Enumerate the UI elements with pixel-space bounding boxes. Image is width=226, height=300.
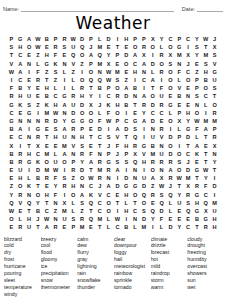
grid-cell: Q <box>86 215 95 223</box>
grid-cell: M <box>210 117 219 125</box>
grid-cell: Q <box>7 199 16 207</box>
grid-cell: O <box>113 84 122 92</box>
grid-cell: T <box>148 84 157 92</box>
grid-cell: N <box>131 174 140 182</box>
grid-cell: B <box>131 84 140 92</box>
grid-cell: N <box>210 150 219 158</box>
grid-cell: L <box>16 215 25 223</box>
word-item: thermometer <box>41 284 76 291</box>
word-item: breezy <box>41 236 76 243</box>
word-item: rainbow <box>114 270 149 277</box>
grid-cell: C <box>7 109 16 117</box>
grid-cell: I <box>113 207 122 215</box>
grid-cell: L <box>166 109 175 117</box>
grid-cell: G <box>25 158 34 166</box>
grid-cell: I <box>139 84 148 92</box>
grid-cell: A <box>148 76 157 84</box>
grid-cell: O <box>86 68 95 76</box>
grid-cell: S <box>175 158 184 166</box>
grid-cell: D <box>95 125 104 133</box>
grid-cell: H <box>122 141 131 149</box>
grid-cell: W <box>51 166 60 174</box>
grid-cell: C <box>33 150 42 158</box>
grid-cell: E <box>7 166 16 174</box>
grid-cell: I <box>60 191 69 199</box>
grid-cell: E <box>113 60 122 68</box>
grid-cell: T <box>113 199 122 207</box>
grid-cell: G <box>78 117 87 125</box>
grid-cell: F <box>192 125 201 133</box>
grid-cell: G <box>201 215 210 223</box>
grid-cell: B <box>7 125 16 133</box>
grid-cell: K <box>51 60 60 68</box>
grid-cell: R <box>16 158 25 166</box>
grid-cell: R <box>166 174 175 182</box>
grid-cell: E <box>51 141 60 149</box>
grid-cell: P <box>51 35 60 43</box>
grid-cell: W <box>7 207 16 215</box>
grid-cell: A <box>192 141 201 149</box>
grid-cell: C <box>42 207 51 215</box>
grid-cell: N <box>78 182 87 190</box>
grid-cell: Y <box>175 191 184 199</box>
grid-cell: L <box>51 150 60 158</box>
grid-cell: I <box>210 174 219 182</box>
grid-cell: I <box>60 166 69 174</box>
grid-cell: W <box>104 68 113 76</box>
grid-cell: K <box>16 101 25 109</box>
grid-cell: F <box>51 174 60 182</box>
grid-cell: H <box>78 133 87 141</box>
grid-cell: G <box>139 141 148 149</box>
grid-cell: U <box>157 150 166 158</box>
word-item: snowflake <box>77 277 112 284</box>
grid-cell: R <box>104 166 113 174</box>
grid-cell: L <box>201 101 210 109</box>
grid-cell: H <box>69 182 78 190</box>
grid-cell: I <box>60 84 69 92</box>
grid-cell: O <box>148 166 157 174</box>
grid-cell: R <box>78 215 87 223</box>
grid-cell: Q <box>86 199 95 207</box>
word-list-column-5: climatedrizzleforecasthotmildraindropsto… <box>151 236 186 298</box>
grid-cell: I <box>157 76 166 84</box>
grid-cell: N <box>148 125 157 133</box>
grid-cell: R <box>157 125 166 133</box>
grid-cell: F <box>157 215 166 223</box>
grid-cell: T <box>192 223 201 231</box>
grid-cell: Z <box>78 207 87 215</box>
grid-cell: B <box>201 76 210 84</box>
grid-cell: X <box>175 117 184 125</box>
grid-cell: V <box>16 199 25 207</box>
grid-cell: D <box>51 117 60 125</box>
grid-cell: X <box>60 199 69 207</box>
name-fill-line <box>21 6 174 12</box>
grid-cell: O <box>166 141 175 149</box>
date-label: Date: <box>182 6 195 12</box>
grid-cell: H <box>139 158 148 166</box>
grid-cell: V <box>139 150 148 158</box>
grid-cell: I <box>113 35 122 43</box>
grid-cell: U <box>51 158 60 166</box>
grid-cell: E <box>166 92 175 100</box>
grid-cell: M <box>201 117 210 125</box>
grid-cell: P <box>139 35 148 43</box>
grid-cell: H <box>16 92 25 100</box>
grid-cell: H <box>51 133 60 141</box>
word-item: climate <box>151 236 186 243</box>
word-item: drizzle <box>151 242 186 249</box>
grid-cell: W <box>7 68 16 76</box>
grid-cell: W <box>104 76 113 84</box>
grid-cell: M <box>201 51 210 59</box>
word-item: lightning <box>77 263 112 270</box>
grid-cell: C <box>184 68 193 76</box>
grid-cell: N <box>131 215 140 223</box>
grid-cell: R <box>148 158 157 166</box>
grid-cell: D <box>139 182 148 190</box>
word-item: sleet <box>4 277 39 284</box>
grid-cell: I <box>60 76 69 84</box>
grid-cell: A <box>16 68 25 76</box>
word-item: overcast <box>187 263 222 270</box>
grid-cell: D <box>122 92 131 100</box>
grid-cell: A <box>16 60 25 68</box>
grid-cell: Z <box>7 182 16 190</box>
grid-cell: D <box>69 109 78 117</box>
grid-cell: E <box>25 76 34 84</box>
word-item: ice <box>41 263 76 270</box>
grid-cell: D <box>122 51 131 59</box>
grid-cell: G <box>69 117 78 125</box>
grid-cell: S <box>131 125 140 133</box>
grid-cell: J <box>184 158 193 166</box>
grid-cell: B <box>95 84 104 92</box>
grid-cell: D <box>166 133 175 141</box>
grid-cell: F <box>95 117 104 125</box>
grid-cell: O <box>139 199 148 207</box>
word-item: cloudy <box>187 236 222 243</box>
word-list-column-2: breezycoolfloodgloomyiceprecipitationsno… <box>41 236 76 298</box>
grid-cell: W <box>104 117 113 125</box>
grid-cell: U <box>69 101 78 109</box>
grid-cell: N <box>51 199 60 207</box>
grid-cell: L <box>148 68 157 76</box>
word-list-column-6: cloudydroughtfreezinghumidityovercastsho… <box>187 236 222 298</box>
grid-cell: X <box>104 60 113 68</box>
grid-cell: M <box>148 150 157 158</box>
grid-cell: T <box>201 43 210 51</box>
grid-cell: E <box>113 191 122 199</box>
grid-cell: D <box>210 182 219 190</box>
grid-cell: R <box>139 101 148 109</box>
grid-cell: N <box>25 133 34 141</box>
grid-cell: L <box>175 125 184 133</box>
word-search-grid: PGAWBPRWDPLDIHPPXYCPCYWJSHOWERSUQJMETEOR… <box>7 35 219 232</box>
grid-cell: I <box>7 76 16 84</box>
grid-cell: W <box>201 166 210 174</box>
grid-cell: O <box>78 174 87 182</box>
grid-cell: R <box>42 174 51 182</box>
grid-cell: O <box>184 76 193 84</box>
grid-cell: O <box>192 109 201 117</box>
grid-cell: C <box>201 191 210 199</box>
grid-cell: S <box>78 141 87 149</box>
grid-cell: L <box>69 84 78 92</box>
grid-cell: R <box>113 92 122 100</box>
grid-cell: C <box>166 35 175 43</box>
grid-cell: E <box>175 215 184 223</box>
grid-cell: D <box>184 166 193 174</box>
grid-cell: U <box>157 92 166 100</box>
grid-cell: W <box>42 215 51 223</box>
grid-cell: Z <box>33 51 42 59</box>
grid-cell: E <box>42 182 51 190</box>
grid-cell: Q <box>201 199 210 207</box>
grid-cell: P <box>69 223 78 231</box>
grid-cell: R <box>42 117 51 125</box>
grid-cell: A <box>113 125 122 133</box>
grid-cell: A <box>148 174 157 182</box>
grid-cell: J <box>95 101 104 109</box>
grid-cell: T <box>86 84 95 92</box>
grid-cell: I <box>95 92 104 100</box>
grid-cell: B <box>148 141 157 149</box>
grid-cell: S <box>104 133 113 141</box>
grid-cell: T <box>95 141 104 149</box>
grid-cell: S <box>113 158 122 166</box>
grid-cell: H <box>122 207 131 215</box>
grid-cell: C <box>184 223 193 231</box>
grid-cell: S <box>192 43 201 51</box>
grid-cell: C <box>148 109 157 117</box>
grid-cell: H <box>113 101 122 109</box>
grid-cell: A <box>42 223 51 231</box>
grid-cell: C <box>51 92 60 100</box>
grid-cell: F <box>157 84 166 92</box>
grid-cell: I <box>139 133 148 141</box>
word-item: sprinkle <box>114 277 149 284</box>
grid-cell: Z <box>148 182 157 190</box>
grid-cell: T <box>42 133 51 141</box>
grid-cell: Y <box>184 117 193 125</box>
grid-cell: B <box>42 92 51 100</box>
grid-cell: N <box>25 117 34 125</box>
grid-cell: I <box>139 125 148 133</box>
grid-cell: X <box>139 51 148 59</box>
grid-cell: R <box>210 109 219 117</box>
grid-cell: S <box>157 191 166 199</box>
grid-cell: E <box>166 215 175 223</box>
puzzle-title: Weather <box>3 13 223 33</box>
grid-cell: R <box>210 133 219 141</box>
grid-cell: R <box>131 141 140 149</box>
grid-cell: K <box>192 150 201 158</box>
grid-cell: R <box>157 101 166 109</box>
grid-cell: L <box>69 207 78 215</box>
grid-cell: K <box>25 182 34 190</box>
grid-cell: O <box>148 43 157 51</box>
grid-cell: L <box>69 199 78 207</box>
grid-cell: D <box>122 125 131 133</box>
grid-cell: C <box>95 207 104 215</box>
grid-cell: E <box>42 141 51 149</box>
grid-cell: L <box>95 35 104 43</box>
grid-cell: X <box>166 51 175 59</box>
grid-cell: N <box>175 60 184 68</box>
grid-cell: A <box>139 60 148 68</box>
grid-cell: N <box>60 60 69 68</box>
grid-cell: E <box>60 223 69 231</box>
grid-cell: Z <box>42 68 51 76</box>
grid-cell: V <box>69 141 78 149</box>
grid-cell: E <box>33 92 42 100</box>
grid-cell: P <box>131 35 140 43</box>
grid-cell: B <box>122 101 131 109</box>
word-item: temperature <box>4 284 39 291</box>
grid-cell: A <box>122 84 131 92</box>
grid-cell: C <box>184 35 193 43</box>
grid-cell: U <box>148 133 157 141</box>
grid-cell: A <box>86 51 95 59</box>
grid-cell: U <box>60 215 69 223</box>
grid-cell: Z <box>33 101 42 109</box>
grid-cell: V <box>69 60 78 68</box>
grid-cell: O <box>201 84 210 92</box>
word-item: raindrop <box>151 270 186 277</box>
word-item: drought <box>187 242 222 249</box>
grid-cell: U <box>210 207 219 215</box>
grid-cell: E <box>7 223 16 231</box>
grid-cell: G <box>175 43 184 51</box>
grid-cell: P <box>104 84 113 92</box>
grid-cell: O <box>33 191 42 199</box>
grid-cell: G <box>192 191 201 199</box>
grid-cell: H <box>192 199 201 207</box>
grid-cell: P <box>7 35 16 43</box>
grid-cell: X <box>33 141 42 149</box>
grid-cell: O <box>60 158 69 166</box>
grid-cell: P <box>122 150 131 158</box>
grid-cell: O <box>166 117 175 125</box>
grid-cell: F <box>104 109 113 117</box>
grid-cell: C <box>201 92 210 100</box>
grid-cell: A <box>113 166 122 174</box>
word-item: gloomy <box>41 256 76 263</box>
grid-cell: O <box>78 51 87 59</box>
grid-cell: L <box>51 84 60 92</box>
grid-cell: E <box>184 84 193 92</box>
grid-cell: C <box>157 109 166 117</box>
word-item: thunder <box>77 284 112 291</box>
grid-cell: A <box>25 35 34 43</box>
grid-cell: E <box>175 207 184 215</box>
grid-cell: R <box>166 158 175 166</box>
grid-cell: R <box>16 223 25 231</box>
grid-cell: K <box>86 191 95 199</box>
grid-cell: B <box>122 223 131 231</box>
grid-cell: M <box>95 215 104 223</box>
grid-cell: H <box>25 150 34 158</box>
grid-cell: A <box>60 125 69 133</box>
grid-cell: J <box>113 150 122 158</box>
word-item: flood <box>41 249 76 256</box>
grid-cell: Y <box>192 51 201 59</box>
word-item: gray <box>77 256 112 263</box>
grid-cell: Y <box>210 158 219 166</box>
grid-cell: L <box>166 207 175 215</box>
grid-cell: Y <box>148 215 157 223</box>
grid-cell: S <box>122 158 131 166</box>
grid-cell: T <box>184 141 193 149</box>
grid-cell: M <box>184 174 193 182</box>
grid-cell: E <box>184 215 193 223</box>
grid-cell: H <box>210 215 219 223</box>
grid-cell: Y <box>25 84 34 92</box>
word-item: hurricane <box>4 263 39 270</box>
grid-cell: E <box>122 68 131 76</box>
grid-cell: O <box>42 158 51 166</box>
grid-cell: A <box>78 191 87 199</box>
grid-cell: Z <box>122 76 131 84</box>
grid-cell: O <box>148 92 157 100</box>
grid-cell: H <box>201 68 210 76</box>
grid-cell: I <box>131 76 140 84</box>
grid-cell: N <box>16 117 25 125</box>
grid-cell: E <box>60 51 69 59</box>
word-item: dry <box>4 249 39 256</box>
grid-cell: Q <box>184 207 193 215</box>
grid-cell: K <box>104 101 113 109</box>
grid-cell: S <box>210 84 219 92</box>
grid-cell: N <box>104 174 113 182</box>
grid-cell: R <box>95 158 104 166</box>
grid-cell: H <box>42 84 51 92</box>
grid-cell: N <box>95 68 104 76</box>
word-list-column-3: calmdewflurrygraylightningrainsnowflaket… <box>77 236 112 298</box>
grid-cell: T <box>192 174 201 182</box>
grid-cell: C <box>122 117 131 125</box>
grid-cell: L <box>157 43 166 51</box>
grid-cell: R <box>201 223 210 231</box>
grid-cell: Y <box>104 51 113 59</box>
grid-cell: E <box>42 43 51 51</box>
grid-cell: D <box>104 35 113 43</box>
grid-cell: L <box>192 133 201 141</box>
grid-cell: P <box>113 117 122 125</box>
word-list: blizzardcolddryfrosthurricanepouringslee… <box>3 236 223 298</box>
name-label: Name: <box>3 6 19 12</box>
grid-cell: L <box>104 223 113 231</box>
grid-cell: T <box>122 133 131 141</box>
grid-cell: W <box>201 35 210 43</box>
grid-cell: R <box>95 174 104 182</box>
grid-cell: A <box>201 125 210 133</box>
grid-cell: E <box>42 125 51 133</box>
grid-cell: F <box>51 191 60 199</box>
word-item: pouring <box>4 270 39 277</box>
grid-cell: G <box>166 101 175 109</box>
grid-cell: O <box>7 215 16 223</box>
grid-cell: A <box>139 92 148 100</box>
word-item: humidity <box>187 256 222 263</box>
grid-cell: H <box>78 92 87 100</box>
word-item: frost <box>4 256 39 263</box>
grid-cell: R <box>139 43 148 51</box>
grid-cell: P <box>175 35 184 43</box>
grid-cell: A <box>16 125 25 133</box>
